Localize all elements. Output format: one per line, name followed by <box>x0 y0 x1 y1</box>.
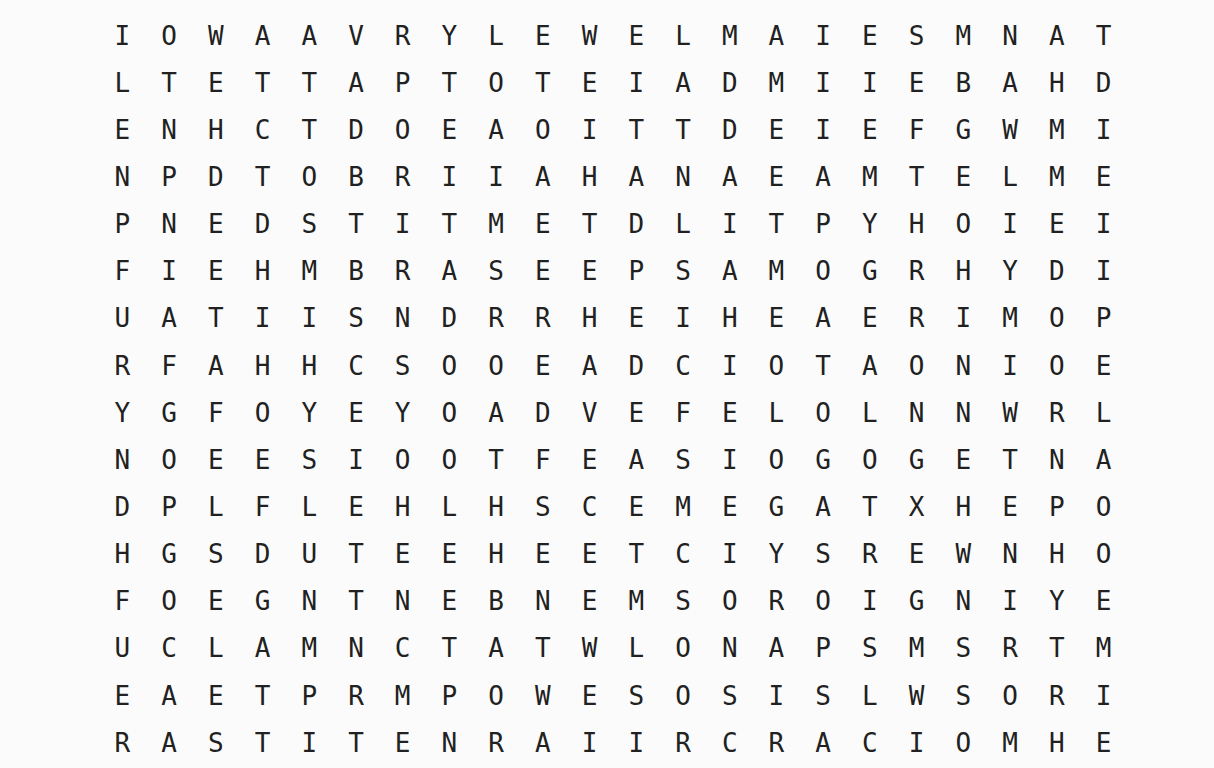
grid-cell-r2c14[interactable]: D <box>706 59 753 106</box>
grid-cell-r13c15[interactable]: R <box>753 578 800 625</box>
grid-cell-r2c17[interactable]: I <box>847 59 894 106</box>
grid-cell-r6c2[interactable]: I <box>146 248 193 295</box>
grid-cell-r8c6[interactable]: C <box>333 342 380 389</box>
grid-cell-r5c2[interactable]: N <box>146 201 193 248</box>
grid-cell-r7c3[interactable]: T <box>192 295 239 342</box>
grid-cell-r8c17[interactable]: A <box>847 342 894 389</box>
grid-cell-r12c18[interactable]: E <box>893 531 940 578</box>
grid-cell-r1c8[interactable]: Y <box>426 12 473 59</box>
grid-cell-r4c19[interactable]: E <box>940 153 987 200</box>
grid-cell-r9c22[interactable]: L <box>1080 389 1127 436</box>
grid-cell-r8c18[interactable]: O <box>893 342 940 389</box>
grid-cell-r6c13[interactable]: S <box>660 248 707 295</box>
grid-cell-r16c6[interactable]: T <box>333 719 380 766</box>
grid-cell-r9c17[interactable]: L <box>847 389 894 436</box>
grid-cell-r3c10[interactable]: O <box>519 106 566 153</box>
grid-cell-r12c17[interactable]: R <box>847 531 894 578</box>
grid-cell-r16c19[interactable]: O <box>940 719 987 766</box>
grid-cell-r11c6[interactable]: E <box>333 483 380 530</box>
grid-cell-r6c7[interactable]: R <box>379 248 426 295</box>
grid-cell-r11c2[interactable]: P <box>146 483 193 530</box>
grid-cell-r13c2[interactable]: O <box>146 578 193 625</box>
grid-cell-r16c9[interactable]: R <box>473 719 520 766</box>
grid-cell-r8c8[interactable]: O <box>426 342 473 389</box>
grid-cell-r5c16[interactable]: P <box>800 201 847 248</box>
grid-cell-r10c15[interactable]: O <box>753 436 800 483</box>
grid-cell-r16c12[interactable]: I <box>613 719 660 766</box>
grid-cell-r6c12[interactable]: P <box>613 248 660 295</box>
grid-cell-r14c3[interactable]: L <box>192 625 239 672</box>
grid-cell-r14c13[interactable]: O <box>660 625 707 672</box>
grid-cell-r10c22[interactable]: A <box>1080 436 1127 483</box>
grid-cell-r13c18[interactable]: G <box>893 578 940 625</box>
grid-cell-r7c15[interactable]: E <box>753 295 800 342</box>
grid-cell-r12c11[interactable]: E <box>566 531 613 578</box>
grid-cell-r11c10[interactable]: S <box>519 483 566 530</box>
grid-cell-r15c17[interactable]: L <box>847 672 894 719</box>
grid-cell-r11c9[interactable]: H <box>473 483 520 530</box>
grid-cell-r15c2[interactable]: A <box>146 672 193 719</box>
grid-cell-r16c5[interactable]: I <box>286 719 333 766</box>
grid-cell-r11c12[interactable]: E <box>613 483 660 530</box>
grid-cell-r14c20[interactable]: R <box>987 625 1034 672</box>
grid-cell-r7c20[interactable]: M <box>987 295 1034 342</box>
grid-cell-r2c5[interactable]: T <box>286 59 333 106</box>
grid-cell-r12c20[interactable]: N <box>987 531 1034 578</box>
grid-cell-r16c13[interactable]: R <box>660 719 707 766</box>
grid-cell-r5c9[interactable]: M <box>473 201 520 248</box>
grid-cell-r5c14[interactable]: I <box>706 201 753 248</box>
grid-cell-r10c16[interactable]: G <box>800 436 847 483</box>
grid-cell-r15c5[interactable]: P <box>286 672 333 719</box>
grid-cell-r4c11[interactable]: H <box>566 153 613 200</box>
grid-cell-r7c10[interactable]: R <box>519 295 566 342</box>
grid-cell-r13c8[interactable]: E <box>426 578 473 625</box>
grid-cell-r2c6[interactable]: A <box>333 59 380 106</box>
grid-cell-r1c11[interactable]: W <box>566 12 613 59</box>
grid-cell-r8c3[interactable]: A <box>192 342 239 389</box>
grid-cell-r3c14[interactable]: D <box>706 106 753 153</box>
grid-cell-r15c6[interactable]: R <box>333 672 380 719</box>
grid-cell-r3c20[interactable]: W <box>987 106 1034 153</box>
grid-cell-r4c2[interactable]: P <box>146 153 193 200</box>
grid-cell-r3c21[interactable]: M <box>1033 106 1080 153</box>
grid-cell-r1c17[interactable]: E <box>847 12 894 59</box>
grid-cell-r3c8[interactable]: E <box>426 106 473 153</box>
grid-cell-r7c6[interactable]: S <box>333 295 380 342</box>
grid-cell-r15c22[interactable]: I <box>1080 672 1127 719</box>
grid-cell-r14c15[interactable]: A <box>753 625 800 672</box>
grid-cell-r5c7[interactable]: I <box>379 201 426 248</box>
grid-cell-r11c16[interactable]: A <box>800 483 847 530</box>
grid-cell-r1c22[interactable]: T <box>1080 12 1127 59</box>
grid-cell-r16c7[interactable]: E <box>379 719 426 766</box>
grid-cell-r13c13[interactable]: S <box>660 578 707 625</box>
grid-cell-r9c8[interactable]: O <box>426 389 473 436</box>
grid-cell-r8c5[interactable]: H <box>286 342 333 389</box>
grid-cell-r7c4[interactable]: I <box>239 295 286 342</box>
grid-cell-r15c14[interactable]: S <box>706 672 753 719</box>
grid-cell-r15c11[interactable]: E <box>566 672 613 719</box>
grid-cell-r10c4[interactable]: E <box>239 436 286 483</box>
grid-cell-r15c9[interactable]: O <box>473 672 520 719</box>
grid-cell-r10c9[interactable]: T <box>473 436 520 483</box>
grid-cell-r11c1[interactable]: D <box>99 483 146 530</box>
grid-cell-r3c15[interactable]: E <box>753 106 800 153</box>
grid-cell-r10c8[interactable]: O <box>426 436 473 483</box>
grid-cell-r6c5[interactable]: M <box>286 248 333 295</box>
grid-cell-r8c19[interactable]: N <box>940 342 987 389</box>
grid-cell-r5c21[interactable]: E <box>1033 201 1080 248</box>
grid-cell-r12c12[interactable]: T <box>613 531 660 578</box>
grid-cell-r1c10[interactable]: E <box>519 12 566 59</box>
grid-cell-r4c13[interactable]: N <box>660 153 707 200</box>
grid-cell-r12c2[interactable]: G <box>146 531 193 578</box>
grid-cell-r1c7[interactable]: R <box>379 12 426 59</box>
grid-cell-r16c18[interactable]: I <box>893 719 940 766</box>
grid-cell-r14c5[interactable]: M <box>286 625 333 672</box>
grid-cell-r16c3[interactable]: S <box>192 719 239 766</box>
grid-cell-r9c2[interactable]: G <box>146 389 193 436</box>
grid-cell-r14c2[interactable]: C <box>146 625 193 672</box>
grid-cell-r9c6[interactable]: E <box>333 389 380 436</box>
grid-cell-r2c21[interactable]: H <box>1033 59 1080 106</box>
grid-cell-r1c20[interactable]: N <box>987 12 1034 59</box>
grid-cell-r7c7[interactable]: N <box>379 295 426 342</box>
grid-cell-r12c9[interactable]: H <box>473 531 520 578</box>
grid-cell-r4c21[interactable]: M <box>1033 153 1080 200</box>
grid-cell-r8c14[interactable]: I <box>706 342 753 389</box>
grid-cell-r13c12[interactable]: M <box>613 578 660 625</box>
grid-cell-r2c4[interactable]: T <box>239 59 286 106</box>
grid-cell-r13c17[interactable]: I <box>847 578 894 625</box>
grid-cell-r2c13[interactable]: A <box>660 59 707 106</box>
grid-cell-r16c21[interactable]: H <box>1033 719 1080 766</box>
grid-cell-r7c22[interactable]: P <box>1080 295 1127 342</box>
grid-cell-r16c20[interactable]: M <box>987 719 1034 766</box>
grid-cell-r1c2[interactable]: O <box>146 12 193 59</box>
grid-cell-r2c10[interactable]: T <box>519 59 566 106</box>
grid-cell-r13c16[interactable]: O <box>800 578 847 625</box>
grid-cell-r12c4[interactable]: D <box>239 531 286 578</box>
grid-cell-r13c1[interactable]: F <box>99 578 146 625</box>
grid-cell-r6c20[interactable]: Y <box>987 248 1034 295</box>
grid-cell-r9c18[interactable]: N <box>893 389 940 436</box>
grid-cell-r2c12[interactable]: I <box>613 59 660 106</box>
grid-cell-r11c8[interactable]: L <box>426 483 473 530</box>
grid-cell-r7c2[interactable]: A <box>146 295 193 342</box>
grid-cell-r13c6[interactable]: T <box>333 578 380 625</box>
grid-cell-r4c6[interactable]: B <box>333 153 380 200</box>
grid-cell-r10c20[interactable]: T <box>987 436 1034 483</box>
grid-cell-r11c3[interactable]: L <box>192 483 239 530</box>
grid-cell-r6c16[interactable]: O <box>800 248 847 295</box>
grid-cell-r4c22[interactable]: E <box>1080 153 1127 200</box>
grid-cell-r4c17[interactable]: M <box>847 153 894 200</box>
grid-cell-r4c20[interactable]: L <box>987 153 1034 200</box>
grid-cell-r3c9[interactable]: A <box>473 106 520 153</box>
grid-cell-r13c5[interactable]: N <box>286 578 333 625</box>
grid-cell-r14c14[interactable]: N <box>706 625 753 672</box>
grid-cell-r15c4[interactable]: T <box>239 672 286 719</box>
grid-cell-r7c13[interactable]: I <box>660 295 707 342</box>
grid-cell-r5c8[interactable]: T <box>426 201 473 248</box>
grid-cell-r8c10[interactable]: E <box>519 342 566 389</box>
grid-cell-r13c20[interactable]: I <box>987 578 1034 625</box>
grid-cell-r2c1[interactable]: L <box>99 59 146 106</box>
grid-cell-r4c8[interactable]: I <box>426 153 473 200</box>
grid-cell-r5c6[interactable]: T <box>333 201 380 248</box>
grid-cell-r11c13[interactable]: M <box>660 483 707 530</box>
grid-cell-r1c18[interactable]: S <box>893 12 940 59</box>
grid-cell-r6c10[interactable]: E <box>519 248 566 295</box>
grid-cell-r6c4[interactable]: H <box>239 248 286 295</box>
grid-cell-r3c1[interactable]: E <box>99 106 146 153</box>
grid-cell-r16c8[interactable]: N <box>426 719 473 766</box>
grid-cell-r3c2[interactable]: N <box>146 106 193 153</box>
grid-cell-r5c1[interactable]: P <box>99 201 146 248</box>
grid-cell-r7c11[interactable]: H <box>566 295 613 342</box>
grid-cell-r1c16[interactable]: I <box>800 12 847 59</box>
grid-cell-r6c22[interactable]: I <box>1080 248 1127 295</box>
grid-cell-r13c21[interactable]: Y <box>1033 578 1080 625</box>
grid-cell-r9c21[interactable]: R <box>1033 389 1080 436</box>
grid-cell-r8c7[interactable]: S <box>379 342 426 389</box>
grid-cell-r11c4[interactable]: F <box>239 483 286 530</box>
grid-cell-r5c13[interactable]: L <box>660 201 707 248</box>
grid-cell-r9c5[interactable]: Y <box>286 389 333 436</box>
grid-cell-r13c9[interactable]: B <box>473 578 520 625</box>
grid-cell-r10c19[interactable]: E <box>940 436 987 483</box>
grid-cell-r15c1[interactable]: E <box>99 672 146 719</box>
grid-cell-r15c8[interactable]: P <box>426 672 473 719</box>
grid-cell-r2c16[interactable]: I <box>800 59 847 106</box>
grid-cell-r5c4[interactable]: D <box>239 201 286 248</box>
grid-cell-r1c12[interactable]: E <box>613 12 660 59</box>
grid-cell-r8c1[interactable]: R <box>99 342 146 389</box>
grid-cell-r11c7[interactable]: H <box>379 483 426 530</box>
grid-cell-r5c20[interactable]: I <box>987 201 1034 248</box>
grid-cell-r8c13[interactable]: C <box>660 342 707 389</box>
grid-cell-r10c3[interactable]: E <box>192 436 239 483</box>
grid-cell-r1c13[interactable]: L <box>660 12 707 59</box>
grid-cell-r1c21[interactable]: A <box>1033 12 1080 59</box>
grid-cell-r2c20[interactable]: A <box>987 59 1034 106</box>
grid-cell-r12c10[interactable]: E <box>519 531 566 578</box>
grid-cell-r6c9[interactable]: S <box>473 248 520 295</box>
grid-cell-r3c6[interactable]: D <box>333 106 380 153</box>
grid-cell-r11c15[interactable]: G <box>753 483 800 530</box>
grid-cell-r13c7[interactable]: N <box>379 578 426 625</box>
grid-cell-r15c21[interactable]: R <box>1033 672 1080 719</box>
grid-cell-r15c13[interactable]: O <box>660 672 707 719</box>
grid-cell-r9c10[interactable]: D <box>519 389 566 436</box>
grid-cell-r9c16[interactable]: O <box>800 389 847 436</box>
grid-cell-r2c2[interactable]: T <box>146 59 193 106</box>
grid-cell-r4c10[interactable]: A <box>519 153 566 200</box>
grid-cell-r10c18[interactable]: G <box>893 436 940 483</box>
grid-cell-r10c7[interactable]: O <box>379 436 426 483</box>
grid-cell-r14c11[interactable]: W <box>566 625 613 672</box>
grid-cell-r12c6[interactable]: T <box>333 531 380 578</box>
grid-cell-r10c17[interactable]: O <box>847 436 894 483</box>
grid-cell-r8c2[interactable]: F <box>146 342 193 389</box>
grid-cell-r7c1[interactable]: U <box>99 295 146 342</box>
grid-cell-r3c16[interactable]: I <box>800 106 847 153</box>
grid-cell-r12c22[interactable]: O <box>1080 531 1127 578</box>
grid-cell-r15c7[interactable]: M <box>379 672 426 719</box>
grid-cell-r8c11[interactable]: A <box>566 342 613 389</box>
grid-cell-r16c10[interactable]: A <box>519 719 566 766</box>
grid-cell-r3c11[interactable]: I <box>566 106 613 153</box>
grid-cell-r13c4[interactable]: G <box>239 578 286 625</box>
grid-cell-r12c15[interactable]: Y <box>753 531 800 578</box>
grid-cell-r11c14[interactable]: E <box>706 483 753 530</box>
grid-cell-r4c5[interactable]: O <box>286 153 333 200</box>
grid-cell-r10c13[interactable]: S <box>660 436 707 483</box>
grid-cell-r16c15[interactable]: R <box>753 719 800 766</box>
grid-cell-r5c11[interactable]: T <box>566 201 613 248</box>
grid-cell-r1c19[interactable]: M <box>940 12 987 59</box>
grid-cell-r6c14[interactable]: A <box>706 248 753 295</box>
grid-cell-r5c22[interactable]: I <box>1080 201 1127 248</box>
grid-cell-r9c13[interactable]: F <box>660 389 707 436</box>
grid-cell-r10c5[interactable]: S <box>286 436 333 483</box>
grid-cell-r8c9[interactable]: O <box>473 342 520 389</box>
grid-cell-r2c7[interactable]: P <box>379 59 426 106</box>
grid-cell-r10c6[interactable]: I <box>333 436 380 483</box>
grid-cell-r11c21[interactable]: P <box>1033 483 1080 530</box>
grid-cell-r9c11[interactable]: V <box>566 389 613 436</box>
grid-cell-r1c15[interactable]: A <box>753 12 800 59</box>
grid-cell-r7c9[interactable]: R <box>473 295 520 342</box>
grid-cell-r6c17[interactable]: G <box>847 248 894 295</box>
grid-cell-r13c11[interactable]: E <box>566 578 613 625</box>
grid-cell-r14c1[interactable]: U <box>99 625 146 672</box>
grid-cell-r15c16[interactable]: S <box>800 672 847 719</box>
grid-cell-r4c14[interactable]: A <box>706 153 753 200</box>
grid-cell-r2c15[interactable]: M <box>753 59 800 106</box>
grid-cell-r8c12[interactable]: D <box>613 342 660 389</box>
grid-cell-r10c1[interactable]: N <box>99 436 146 483</box>
grid-cell-r4c15[interactable]: E <box>753 153 800 200</box>
grid-cell-r15c10[interactable]: W <box>519 672 566 719</box>
grid-cell-r4c3[interactable]: D <box>192 153 239 200</box>
grid-cell-r1c3[interactable]: W <box>192 12 239 59</box>
grid-cell-r13c3[interactable]: E <box>192 578 239 625</box>
grid-cell-r5c10[interactable]: E <box>519 201 566 248</box>
grid-cell-r3c5[interactable]: T <box>286 106 333 153</box>
grid-cell-r16c11[interactable]: I <box>566 719 613 766</box>
grid-cell-r15c3[interactable]: E <box>192 672 239 719</box>
grid-cell-r3c17[interactable]: E <box>847 106 894 153</box>
grid-cell-r14c16[interactable]: P <box>800 625 847 672</box>
grid-cell-r3c7[interactable]: O <box>379 106 426 153</box>
grid-cell-r10c21[interactable]: N <box>1033 436 1080 483</box>
grid-cell-r5c5[interactable]: S <box>286 201 333 248</box>
grid-cell-r2c18[interactable]: E <box>893 59 940 106</box>
grid-cell-r14c19[interactable]: S <box>940 625 987 672</box>
grid-cell-r15c12[interactable]: S <box>613 672 660 719</box>
grid-cell-r5c12[interactable]: D <box>613 201 660 248</box>
grid-cell-r3c22[interactable]: I <box>1080 106 1127 153</box>
grid-cell-r11c5[interactable]: L <box>286 483 333 530</box>
grid-cell-r9c1[interactable]: Y <box>99 389 146 436</box>
grid-cell-r16c17[interactable]: C <box>847 719 894 766</box>
grid-cell-r6c19[interactable]: H <box>940 248 987 295</box>
grid-cell-r10c2[interactable]: O <box>146 436 193 483</box>
grid-cell-r16c2[interactable]: A <box>146 719 193 766</box>
grid-cell-r4c4[interactable]: T <box>239 153 286 200</box>
grid-cell-r1c1[interactable]: I <box>99 12 146 59</box>
grid-cell-r9c9[interactable]: A <box>473 389 520 436</box>
grid-cell-r12c3[interactable]: S <box>192 531 239 578</box>
grid-cell-r2c19[interactable]: B <box>940 59 987 106</box>
grid-cell-r2c11[interactable]: E <box>566 59 613 106</box>
grid-cell-r12c1[interactable]: H <box>99 531 146 578</box>
grid-cell-r1c4[interactable]: A <box>239 12 286 59</box>
grid-cell-r15c15[interactable]: I <box>753 672 800 719</box>
grid-cell-r8c4[interactable]: H <box>239 342 286 389</box>
grid-cell-r4c9[interactable]: I <box>473 153 520 200</box>
grid-cell-r1c9[interactable]: L <box>473 12 520 59</box>
grid-cell-r13c22[interactable]: E <box>1080 578 1127 625</box>
grid-cell-r16c16[interactable]: A <box>800 719 847 766</box>
grid-cell-r3c4[interactable]: C <box>239 106 286 153</box>
grid-cell-r14c18[interactable]: M <box>893 625 940 672</box>
grid-cell-r6c6[interactable]: B <box>333 248 380 295</box>
grid-cell-r9c14[interactable]: E <box>706 389 753 436</box>
grid-cell-r7c16[interactable]: A <box>800 295 847 342</box>
grid-cell-r12c19[interactable]: W <box>940 531 987 578</box>
grid-cell-r1c5[interactable]: A <box>286 12 333 59</box>
grid-cell-r4c12[interactable]: A <box>613 153 660 200</box>
grid-cell-r8c15[interactable]: O <box>753 342 800 389</box>
grid-cell-r10c14[interactable]: I <box>706 436 753 483</box>
grid-cell-r8c22[interactable]: E <box>1080 342 1127 389</box>
grid-cell-r8c20[interactable]: I <box>987 342 1034 389</box>
grid-cell-r12c8[interactable]: E <box>426 531 473 578</box>
grid-cell-r6c3[interactable]: E <box>192 248 239 295</box>
grid-cell-r3c13[interactable]: T <box>660 106 707 153</box>
grid-cell-r11c17[interactable]: T <box>847 483 894 530</box>
grid-cell-r4c1[interactable]: N <box>99 153 146 200</box>
grid-cell-r7c8[interactable]: D <box>426 295 473 342</box>
grid-cell-r12c21[interactable]: H <box>1033 531 1080 578</box>
grid-cell-r12c14[interactable]: I <box>706 531 753 578</box>
grid-cell-r16c14[interactable]: C <box>706 719 753 766</box>
grid-cell-r14c12[interactable]: L <box>613 625 660 672</box>
grid-cell-r16c4[interactable]: T <box>239 719 286 766</box>
grid-cell-r13c10[interactable]: N <box>519 578 566 625</box>
grid-cell-r5c17[interactable]: Y <box>847 201 894 248</box>
grid-cell-r5c19[interactable]: O <box>940 201 987 248</box>
grid-cell-r5c15[interactable]: T <box>753 201 800 248</box>
grid-cell-r14c7[interactable]: C <box>379 625 426 672</box>
grid-cell-r7c18[interactable]: R <box>893 295 940 342</box>
grid-cell-r11c22[interactable]: O <box>1080 483 1127 530</box>
grid-cell-r11c11[interactable]: C <box>566 483 613 530</box>
grid-cell-r7c5[interactable]: I <box>286 295 333 342</box>
grid-cell-r4c18[interactable]: T <box>893 153 940 200</box>
grid-cell-r16c22[interactable]: E <box>1080 719 1127 766</box>
grid-cell-r2c9[interactable]: O <box>473 59 520 106</box>
grid-cell-r1c6[interactable]: V <box>333 12 380 59</box>
grid-cell-r6c11[interactable]: E <box>566 248 613 295</box>
grid-cell-r15c18[interactable]: W <box>893 672 940 719</box>
grid-cell-r12c16[interactable]: S <box>800 531 847 578</box>
grid-cell-r5c18[interactable]: H <box>893 201 940 248</box>
